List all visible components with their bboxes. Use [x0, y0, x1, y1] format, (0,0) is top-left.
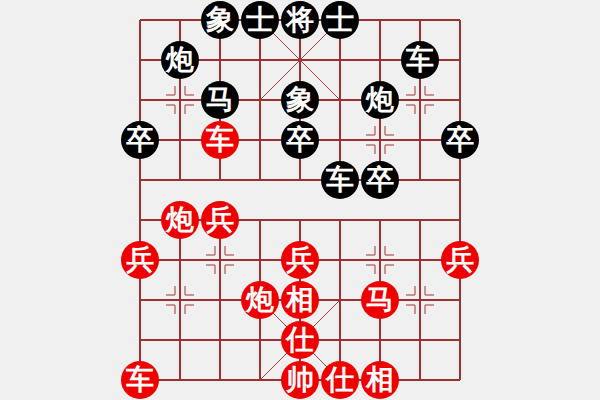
- piece-red-king[interactable]: 帅: [281, 361, 319, 399]
- piece-red-horse[interactable]: 马: [361, 281, 399, 319]
- piece-red-soldier[interactable]: 兵: [201, 201, 239, 239]
- piece-black-cannon[interactable]: 炮: [161, 41, 199, 79]
- piece-black-soldier[interactable]: 卒: [361, 161, 399, 199]
- piece-red-chariot[interactable]: 车: [121, 361, 159, 399]
- piece-black-advisor[interactable]: 士: [241, 1, 279, 39]
- piece-red-cannon[interactable]: 炮: [241, 281, 279, 319]
- piece-red-chariot[interactable]: 车: [201, 121, 239, 159]
- piece-red-soldier[interactable]: 兵: [441, 241, 479, 279]
- piece-black-chariot[interactable]: 车: [401, 41, 439, 79]
- piece-red-advisor[interactable]: 仕: [321, 361, 359, 399]
- pieces-layer: 象士将士炮车马象炮卒车卒卒车卒炮兵兵兵兵炮相马仕车帅仕相: [0, 0, 600, 400]
- piece-black-cannon[interactable]: 炮: [361, 81, 399, 119]
- piece-black-soldier[interactable]: 卒: [121, 121, 159, 159]
- piece-black-king[interactable]: 将: [281, 1, 319, 39]
- piece-black-soldier[interactable]: 卒: [441, 121, 479, 159]
- piece-black-elephant[interactable]: 象: [281, 81, 319, 119]
- piece-black-soldier[interactable]: 卒: [281, 121, 319, 159]
- piece-black-advisor[interactable]: 士: [321, 1, 359, 39]
- piece-red-soldier[interactable]: 兵: [121, 241, 159, 279]
- piece-black-chariot[interactable]: 车: [321, 161, 359, 199]
- piece-red-elephant[interactable]: 相: [361, 361, 399, 399]
- piece-red-soldier[interactable]: 兵: [281, 241, 319, 279]
- piece-black-elephant[interactable]: 象: [201, 1, 239, 39]
- piece-red-advisor[interactable]: 仕: [281, 321, 319, 359]
- xiangqi-board[interactable]: 象士将士炮车马象炮卒车卒卒车卒炮兵兵兵兵炮相马仕车帅仕相: [0, 0, 600, 400]
- piece-black-horse[interactable]: 马: [201, 81, 239, 119]
- piece-red-cannon[interactable]: 炮: [161, 201, 199, 239]
- piece-red-elephant[interactable]: 相: [281, 281, 319, 319]
